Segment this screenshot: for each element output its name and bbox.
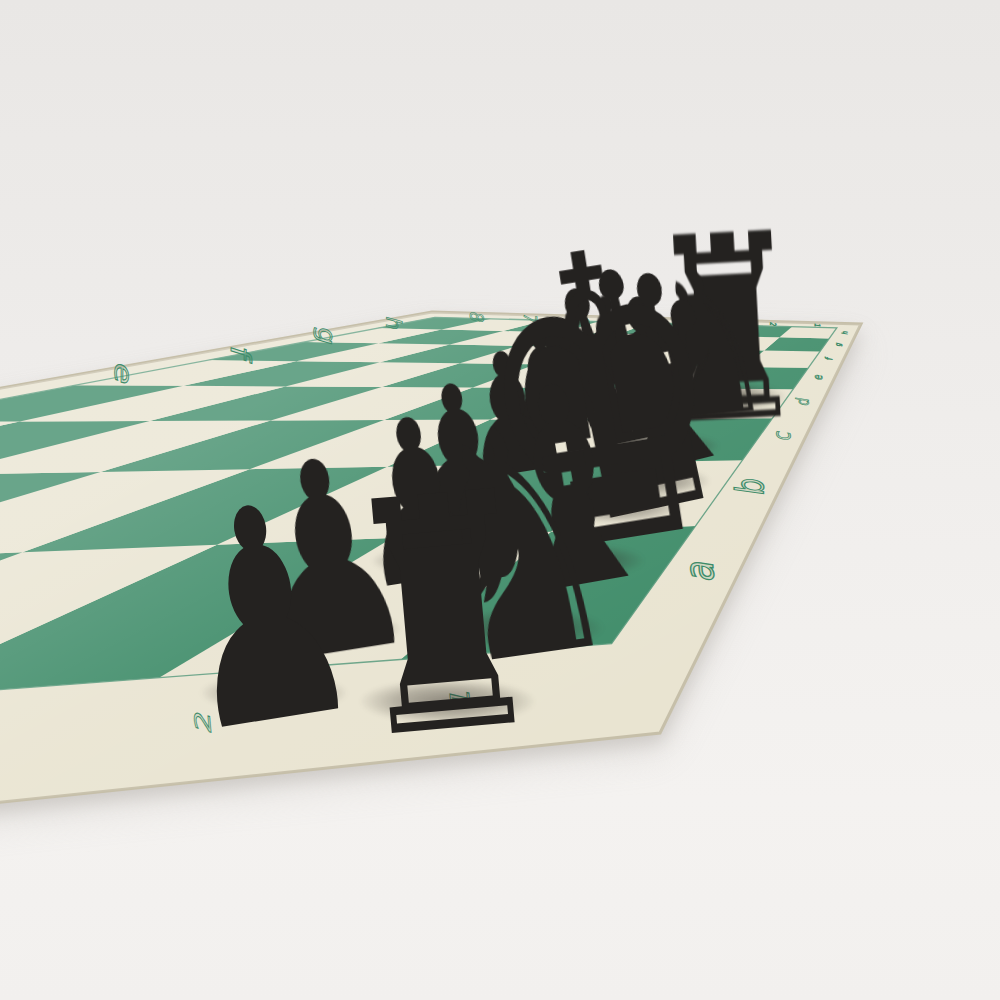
pieces-layer: ♟♜♟♞♟♝♟♛♚♟♝♟♞♟♟♜ [0, 0, 1000, 1000]
piece-black-rook-a1: ♜ [332, 448, 556, 786]
chessboard-product-photo: abcdeeffgghh1122345678 ♟♜♟♞♟♝♟♛♚♟♝♟♞♟♟♜ [0, 0, 1000, 1000]
